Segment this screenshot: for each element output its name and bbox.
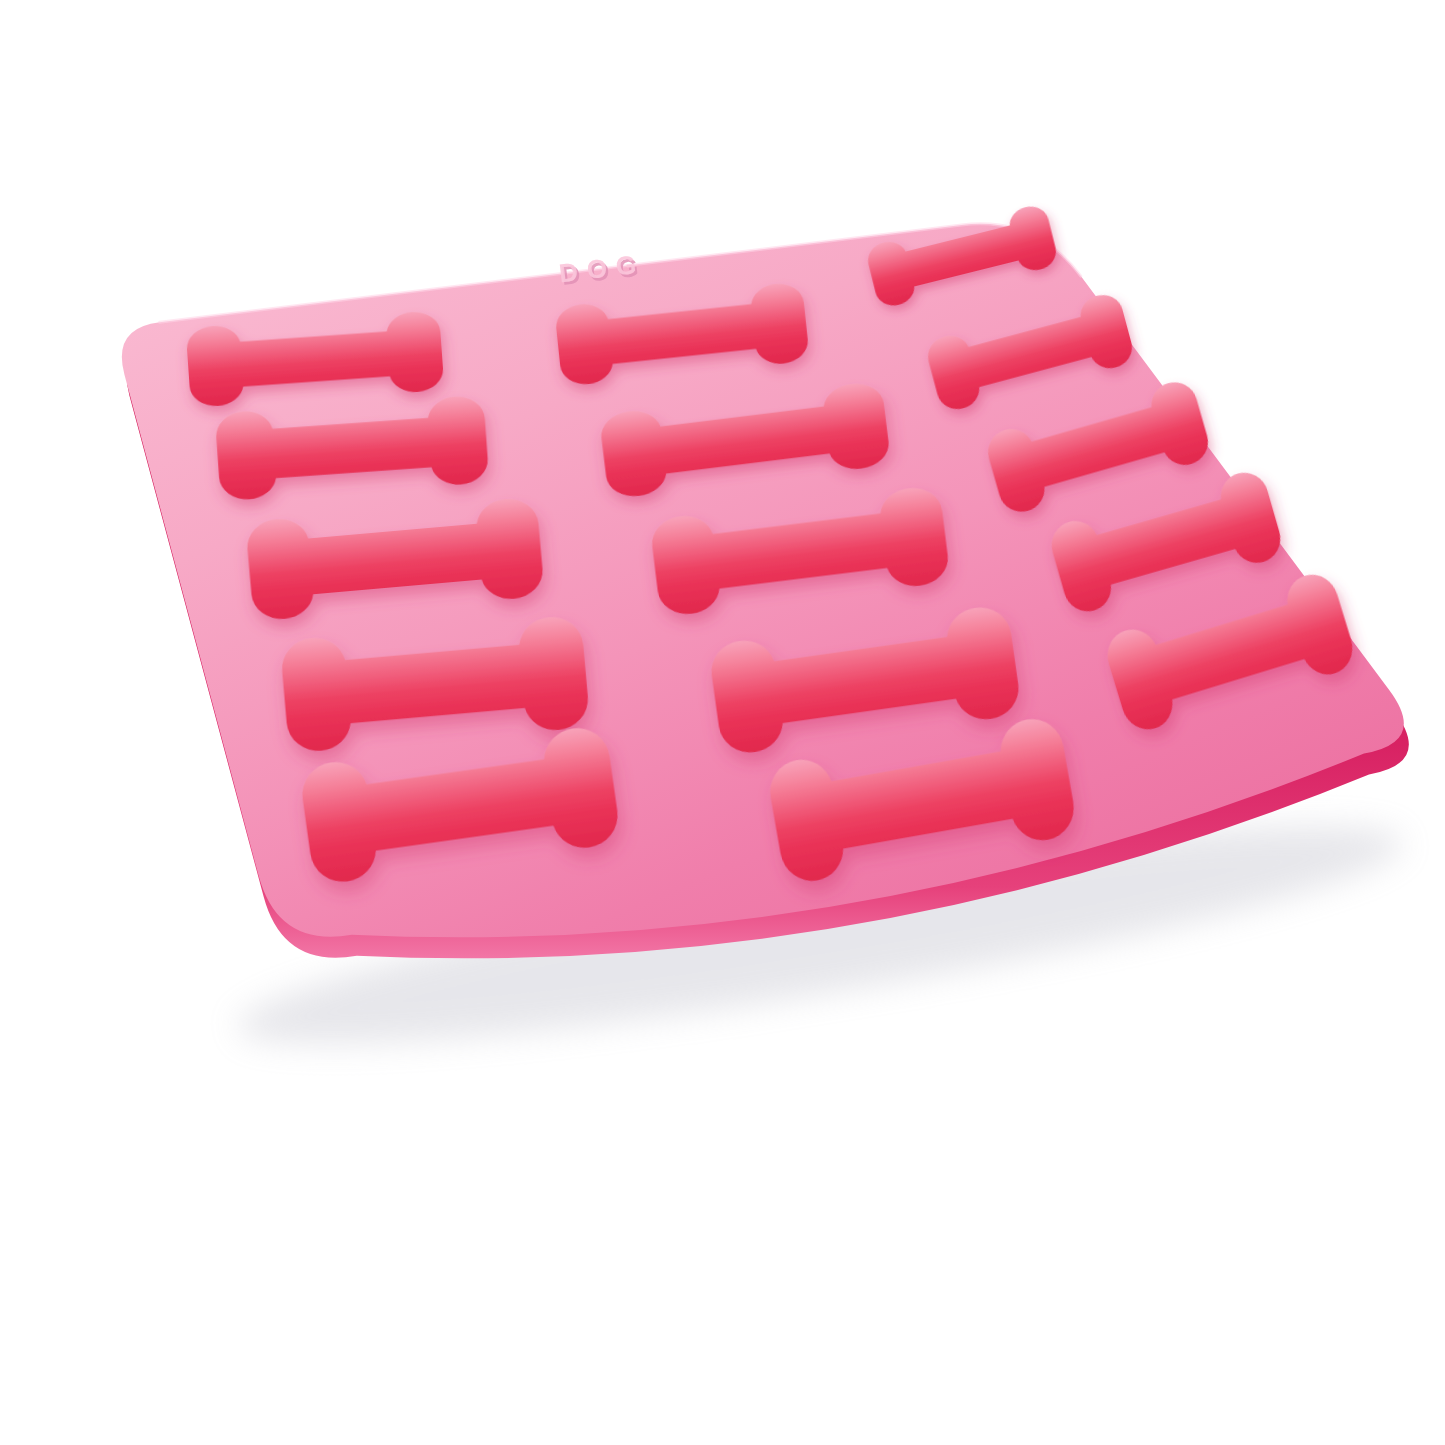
screenshot-root: DOG DOG: [0, 0, 1445, 1445]
product-photo: DOG DOG: [0, 0, 1445, 1445]
